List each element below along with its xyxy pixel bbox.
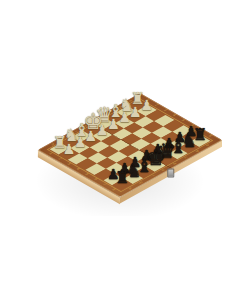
coordinate-label: 6 xyxy=(93,178,99,181)
coordinate-label: 4 xyxy=(171,114,177,117)
white-pawn: ♟ xyxy=(140,98,153,112)
coordinate-label: 8 xyxy=(111,188,117,191)
product-photo: ♜♟♟♜♞♟♟♞♝♟♟♝♛♟♟♛♚♟♟♚♝♟♟♝♞♟♟♞♜♟♟♜ 1234567… xyxy=(0,0,240,303)
coordinate-label: 5 xyxy=(84,173,90,176)
coordinate-label: 7 xyxy=(102,183,108,186)
white-pawn: ♟ xyxy=(96,123,109,137)
coordinate-label: 2 xyxy=(57,157,63,160)
coordinate-label: 1 xyxy=(48,152,54,155)
white-pawn: ♟ xyxy=(62,142,75,156)
black-rook: ♜ xyxy=(115,171,129,187)
coordinate-label: 2 xyxy=(153,104,159,107)
metal-clasp xyxy=(167,168,174,177)
coordinate-label: 4 xyxy=(75,168,81,171)
coordinate-label: 3 xyxy=(66,163,72,166)
coordinate-label: 3 xyxy=(162,109,168,112)
coordinate-label: 8 xyxy=(207,135,213,138)
